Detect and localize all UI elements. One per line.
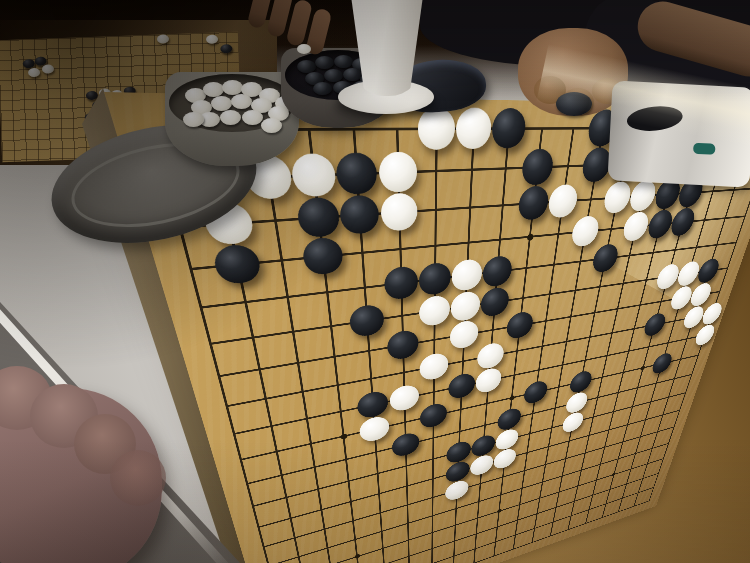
white-stone [565,390,589,415]
background-white-stone [28,68,40,77]
black-stone [301,237,344,277]
black-stone [523,379,549,405]
white-stone [389,383,419,413]
black-stone [296,197,341,239]
black-stone [335,152,378,195]
black-stone [357,389,389,420]
phone-indicator [693,143,716,155]
black-stone [491,108,527,149]
black-stone [420,401,447,429]
knuckle [110,450,166,506]
background-black-stone [23,59,35,68]
black-stone [391,431,419,459]
black-stone [569,369,594,394]
bowl-white-stone [220,110,241,125]
white-stone [547,184,579,219]
black-stone [339,195,380,236]
bowl-white-stone [222,80,243,95]
white-stone [570,215,601,247]
black-stone [517,186,550,222]
foreground-player-fist [0,326,206,563]
white-stone [493,447,517,471]
bowl-white-stone [203,82,224,97]
white-stone [380,193,417,233]
black-stone [482,255,513,288]
star-point [526,233,533,240]
bowl-white-stone [211,96,232,111]
white-stone [290,153,338,197]
white-stone-bowl [165,72,299,166]
white-stone [449,319,479,350]
white-stone [475,366,502,394]
black-stone [642,312,668,338]
stray-white-stone [297,44,311,54]
white-stone [419,294,450,327]
white-stone [451,258,483,292]
background-white-stone [206,35,218,44]
white-stone [450,290,481,323]
go-game-photo [0,0,750,563]
background-white-stone [42,64,54,73]
star-point [340,433,347,440]
white-stone [455,107,492,149]
black-stone [418,262,450,297]
black-stone [506,310,535,340]
background-white-stone [157,34,169,43]
white-stone [419,351,448,382]
bowl-white-stone [183,112,204,127]
white-stone [561,410,585,434]
black-stone [349,303,385,338]
bowl-white-stone [242,110,263,125]
background-black-stone [86,91,98,100]
bowl-white-stone [261,118,282,133]
black-stone [386,328,418,361]
background-black-stone [220,44,232,53]
black-stone [650,352,674,376]
white-stone [602,181,633,214]
black-stone [521,149,555,186]
black-stone [480,286,510,318]
bowl-black-stone [313,82,332,95]
black-stone [497,406,522,432]
black-stone [211,244,263,286]
white-stone [477,341,505,370]
star-point [509,395,515,401]
black-stone [591,243,620,273]
white-stone [359,414,390,444]
white-stone [470,453,494,478]
bowl-white-stone [231,94,252,109]
bowl-black-stone [324,69,343,82]
black-stone [383,266,417,302]
white-stone [378,152,417,194]
black-stone [448,372,476,401]
